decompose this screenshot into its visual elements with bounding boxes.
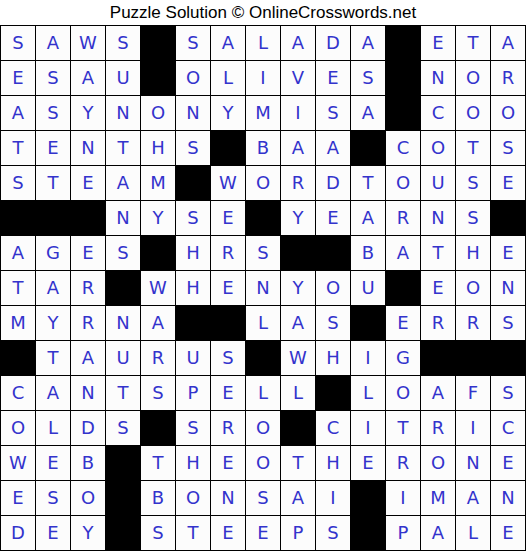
- letter-cell-r2c13: N: [421, 61, 455, 95]
- letter-cell-r1c9: A: [281, 26, 315, 60]
- letter-cell-r5c13: U: [421, 166, 455, 200]
- letter-cell-r14c8: S: [246, 481, 280, 515]
- letter-cell-r7c15: E: [491, 236, 525, 270]
- letter-cell-r11c14: F: [456, 376, 490, 410]
- block-cell-r10c1: [1, 341, 35, 375]
- letter-cell-r6c13: N: [421, 201, 455, 235]
- letter-cell-r4c12: C: [386, 131, 420, 165]
- letter-cell-r5c11: T: [351, 166, 385, 200]
- letter-cell-r11c12: O: [386, 376, 420, 410]
- letter-cell-r12c2: L: [36, 411, 70, 445]
- letter-cell-r5c2: T: [36, 166, 70, 200]
- block-cell-r6c8: [246, 201, 280, 235]
- letter-cell-r11c8: L: [246, 376, 280, 410]
- block-cell-r4c11: [351, 131, 385, 165]
- letter-cell-r7c14: H: [456, 236, 490, 270]
- block-cell-r6c3: [71, 201, 105, 235]
- letter-cell-r10c9: W: [281, 341, 315, 375]
- letter-cell-r8c5: W: [141, 271, 175, 305]
- block-cell-r9c7: [211, 306, 245, 340]
- letter-cell-r15c15: E: [491, 516, 525, 550]
- letter-cell-r1c3: W: [71, 26, 105, 60]
- letter-cell-r12c14: I: [456, 411, 490, 445]
- letter-cell-r4c2: E: [36, 131, 70, 165]
- letter-cell-r13c12: R: [386, 446, 420, 480]
- letter-cell-r11c6: P: [176, 376, 210, 410]
- block-cell-r6c1: [1, 201, 35, 235]
- letter-cell-r7c7: R: [211, 236, 245, 270]
- letter-cell-r9c12: E: [386, 306, 420, 340]
- letter-cell-r6c12: R: [386, 201, 420, 235]
- block-cell-r12c5: [141, 411, 175, 445]
- letter-cell-r13c2: E: [36, 446, 70, 480]
- letter-cell-r12c13: R: [421, 411, 455, 445]
- letter-cell-r4c1: T: [1, 131, 35, 165]
- letter-cell-r13c3: B: [71, 446, 105, 480]
- letter-cell-r2c7: L: [211, 61, 245, 95]
- letter-cell-r15c5: S: [141, 516, 175, 550]
- letter-cell-r12c6: S: [176, 411, 210, 445]
- block-cell-r9c11: [351, 306, 385, 340]
- letter-cell-r4c15: S: [491, 131, 525, 165]
- block-cell-r11c10: [316, 376, 350, 410]
- letter-cell-r5c5: M: [141, 166, 175, 200]
- letter-cell-r12c15: C: [491, 411, 525, 445]
- page-title: Puzzle Solution © OnlineCrosswords.net: [0, 0, 526, 25]
- letter-cell-r6c10: E: [316, 201, 350, 235]
- letter-cell-r3c13: C: [421, 96, 455, 130]
- letter-cell-r1c4: S: [106, 26, 140, 60]
- letter-cell-r5c15: E: [491, 166, 525, 200]
- letter-cell-r12c3: D: [71, 411, 105, 445]
- block-cell-r10c13: [421, 341, 455, 375]
- letter-cell-r2c8: I: [246, 61, 280, 95]
- letter-cell-r7c6: H: [176, 236, 210, 270]
- letter-cell-r1c11: A: [351, 26, 385, 60]
- letter-cell-r13c14: N: [456, 446, 490, 480]
- letter-cell-r8c8: N: [246, 271, 280, 305]
- letter-cell-r1c7: A: [211, 26, 245, 60]
- block-cell-r1c5: [141, 26, 175, 60]
- letter-cell-r12c7: R: [211, 411, 245, 445]
- letter-cell-r8c2: A: [36, 271, 70, 305]
- letter-cell-r14c7: N: [211, 481, 245, 515]
- letter-cell-r15c8: E: [246, 516, 280, 550]
- letter-cell-r13c9: T: [281, 446, 315, 480]
- crossword-grid: SAWSSALADAETAESAUOLIVESNORASYNONYMISACOO…: [0, 25, 526, 551]
- letter-cell-r15c6: T: [176, 516, 210, 550]
- puzzle-solution-page: Puzzle Solution © OnlineCrosswords.net S…: [0, 0, 526, 551]
- letter-cell-r2c4: U: [106, 61, 140, 95]
- letter-cell-r3c5: O: [141, 96, 175, 130]
- block-cell-r7c5: [141, 236, 175, 270]
- letter-cell-r3c3: Y: [71, 96, 105, 130]
- block-cell-r14c4: [106, 481, 140, 515]
- block-cell-r7c9: [281, 236, 315, 270]
- letter-cell-r11c5: S: [141, 376, 175, 410]
- letter-cell-r13c1: W: [1, 446, 35, 480]
- letter-cell-r9c9: A: [281, 306, 315, 340]
- letter-cell-r10c6: U: [176, 341, 210, 375]
- letter-cell-r6c7: E: [211, 201, 245, 235]
- block-cell-r1c12: [386, 26, 420, 60]
- letter-cell-r3c1: A: [1, 96, 35, 130]
- letter-cell-r2c11: S: [351, 61, 385, 95]
- letter-cell-r2c2: S: [36, 61, 70, 95]
- letter-cell-r4c4: T: [106, 131, 140, 165]
- block-cell-r6c15: [491, 201, 525, 235]
- letter-cell-r6c6: S: [176, 201, 210, 235]
- letter-cell-r7c1: A: [1, 236, 35, 270]
- letter-cell-r9c5: A: [141, 306, 175, 340]
- letter-cell-r3c9: I: [281, 96, 315, 130]
- letter-cell-r2c14: O: [456, 61, 490, 95]
- letter-cell-r2c10: E: [316, 61, 350, 95]
- letter-cell-r13c5: T: [141, 446, 175, 480]
- letter-cell-r1c15: A: [491, 26, 525, 60]
- letter-cell-r14c6: O: [176, 481, 210, 515]
- block-cell-r2c5: [141, 61, 175, 95]
- block-cell-r8c4: [106, 271, 140, 305]
- block-cell-r8c12: [386, 271, 420, 305]
- letter-cell-r6c4: N: [106, 201, 140, 235]
- letter-cell-r13c8: O: [246, 446, 280, 480]
- letter-cell-r13c10: H: [316, 446, 350, 480]
- letter-cell-r14c14: A: [456, 481, 490, 515]
- letter-cell-r11c3: N: [71, 376, 105, 410]
- letter-cell-r10c7: S: [211, 341, 245, 375]
- letter-cell-r4c10: A: [316, 131, 350, 165]
- letter-cell-r11c11: L: [351, 376, 385, 410]
- block-cell-r13c4: [106, 446, 140, 480]
- letter-cell-r4c14: T: [456, 131, 490, 165]
- letter-cell-r8c10: O: [316, 271, 350, 305]
- letter-cell-r6c5: Y: [141, 201, 175, 235]
- letter-cell-r2c9: V: [281, 61, 315, 95]
- letter-cell-r3c14: O: [456, 96, 490, 130]
- letter-cell-r13c6: H: [176, 446, 210, 480]
- letter-cell-r11c9: L: [281, 376, 315, 410]
- block-cell-r14c11: [351, 481, 385, 515]
- letter-cell-r15c14: L: [456, 516, 490, 550]
- letter-cell-r1c10: D: [316, 26, 350, 60]
- letter-cell-r3c4: N: [106, 96, 140, 130]
- block-cell-r3c12: [386, 96, 420, 130]
- letter-cell-r4c3: N: [71, 131, 105, 165]
- letter-cell-r13c15: E: [491, 446, 525, 480]
- letter-cell-r7c3: E: [71, 236, 105, 270]
- letter-cell-r15c12: P: [386, 516, 420, 550]
- letter-cell-r11c7: E: [211, 376, 245, 410]
- letter-cell-r6c9: Y: [281, 201, 315, 235]
- letter-cell-r7c12: A: [386, 236, 420, 270]
- letter-cell-r14c1: E: [1, 481, 35, 515]
- letter-cell-r11c1: C: [1, 376, 35, 410]
- letter-cell-r8c11: U: [351, 271, 385, 305]
- letter-cell-r1c14: T: [456, 26, 490, 60]
- letter-cell-r5c12: O: [386, 166, 420, 200]
- letter-cell-r14c13: M: [421, 481, 455, 515]
- block-cell-r6c2: [36, 201, 70, 235]
- letter-cell-r4c6: S: [176, 131, 210, 165]
- letter-cell-r14c10: I: [316, 481, 350, 515]
- letter-cell-r10c11: I: [351, 341, 385, 375]
- letter-cell-r14c5: B: [141, 481, 175, 515]
- block-cell-r10c14: [456, 341, 490, 375]
- letter-cell-r3c6: N: [176, 96, 210, 130]
- letter-cell-r8c1: T: [1, 271, 35, 305]
- letter-cell-r11c4: T: [106, 376, 140, 410]
- letter-cell-r9c13: R: [421, 306, 455, 340]
- letter-cell-r15c1: D: [1, 516, 35, 550]
- letter-cell-r15c2: E: [36, 516, 70, 550]
- letter-cell-r2c3: A: [71, 61, 105, 95]
- letter-cell-r6c11: A: [351, 201, 385, 235]
- letter-cell-r1c2: A: [36, 26, 70, 60]
- letter-cell-r15c3: Y: [71, 516, 105, 550]
- letter-cell-r14c12: I: [386, 481, 420, 515]
- letter-cell-r2c15: R: [491, 61, 525, 95]
- letter-cell-r5c7: W: [211, 166, 245, 200]
- letter-cell-r8c3: R: [71, 271, 105, 305]
- letter-cell-r3c2: S: [36, 96, 70, 130]
- letter-cell-r13c7: E: [211, 446, 245, 480]
- letter-cell-r7c13: T: [421, 236, 455, 270]
- block-cell-r10c8: [246, 341, 280, 375]
- letter-cell-r12c10: C: [316, 411, 350, 445]
- letter-cell-r7c11: B: [351, 236, 385, 270]
- letter-cell-r8c14: O: [456, 271, 490, 305]
- letter-cell-r3c11: A: [351, 96, 385, 130]
- letter-cell-r8c7: E: [211, 271, 245, 305]
- letter-cell-r12c1: O: [1, 411, 35, 445]
- letter-cell-r4c13: O: [421, 131, 455, 165]
- letter-cell-r10c3: A: [71, 341, 105, 375]
- letter-cell-r5c4: A: [106, 166, 140, 200]
- letter-cell-r9c8: L: [246, 306, 280, 340]
- block-cell-r15c4: [106, 516, 140, 550]
- letter-cell-r14c9: A: [281, 481, 315, 515]
- letter-cell-r5c9: R: [281, 166, 315, 200]
- letter-cell-r5c14: S: [456, 166, 490, 200]
- letter-cell-r14c15: N: [491, 481, 525, 515]
- letter-cell-r8c6: H: [176, 271, 210, 305]
- letter-cell-r11c2: A: [36, 376, 70, 410]
- letter-cell-r4c8: B: [246, 131, 280, 165]
- letter-cell-r5c8: O: [246, 166, 280, 200]
- letter-cell-r9c14: R: [456, 306, 490, 340]
- letter-cell-r9c3: R: [71, 306, 105, 340]
- letter-cell-r1c8: L: [246, 26, 280, 60]
- block-cell-r7c10: [316, 236, 350, 270]
- letter-cell-r15c13: A: [421, 516, 455, 550]
- letter-cell-r1c1: S: [1, 26, 35, 60]
- letter-cell-r2c1: E: [1, 61, 35, 95]
- letter-cell-r12c8: O: [246, 411, 280, 445]
- letter-cell-r9c1: M: [1, 306, 35, 340]
- letter-cell-r4c5: H: [141, 131, 175, 165]
- block-cell-r5c6: [176, 166, 210, 200]
- letter-cell-r8c15: N: [491, 271, 525, 305]
- letter-cell-r14c3: O: [71, 481, 105, 515]
- letter-cell-r2c6: O: [176, 61, 210, 95]
- letter-cell-r15c10: S: [316, 516, 350, 550]
- letter-cell-r12c11: I: [351, 411, 385, 445]
- letter-cell-r5c10: D: [316, 166, 350, 200]
- letter-cell-r10c12: G: [386, 341, 420, 375]
- block-cell-r2c12: [386, 61, 420, 95]
- letter-cell-r13c11: E: [351, 446, 385, 480]
- letter-cell-r7c2: G: [36, 236, 70, 270]
- letter-cell-r8c13: E: [421, 271, 455, 305]
- letter-cell-r13c13: O: [421, 446, 455, 480]
- block-cell-r10c15: [491, 341, 525, 375]
- letter-cell-r3c8: M: [246, 96, 280, 130]
- letter-cell-r3c7: Y: [211, 96, 245, 130]
- letter-cell-r8c9: Y: [281, 271, 315, 305]
- letter-cell-r1c13: E: [421, 26, 455, 60]
- letter-cell-r4c9: A: [281, 131, 315, 165]
- letter-cell-r10c2: T: [36, 341, 70, 375]
- letter-cell-r5c1: S: [1, 166, 35, 200]
- letter-cell-r15c9: P: [281, 516, 315, 550]
- letter-cell-r7c4: S: [106, 236, 140, 270]
- letter-cell-r10c5: R: [141, 341, 175, 375]
- letter-cell-r3c15: O: [491, 96, 525, 130]
- letter-cell-r6c14: S: [456, 201, 490, 235]
- letter-cell-r5c3: E: [71, 166, 105, 200]
- letter-cell-r10c4: U: [106, 341, 140, 375]
- letter-cell-r9c4: N: [106, 306, 140, 340]
- letter-cell-r11c13: A: [421, 376, 455, 410]
- letter-cell-r10c10: H: [316, 341, 350, 375]
- block-cell-r4c7: [211, 131, 245, 165]
- letter-cell-r12c4: S: [106, 411, 140, 445]
- letter-cell-r7c8: S: [246, 236, 280, 270]
- letter-cell-r12c12: T: [386, 411, 420, 445]
- letter-cell-r11c15: S: [491, 376, 525, 410]
- letter-cell-r9c10: S: [316, 306, 350, 340]
- block-cell-r15c11: [351, 516, 385, 550]
- letter-cell-r14c2: S: [36, 481, 70, 515]
- letter-cell-r9c2: Y: [36, 306, 70, 340]
- letter-cell-r9c15: S: [491, 306, 525, 340]
- block-cell-r12c9: [281, 411, 315, 445]
- letter-cell-r15c7: E: [211, 516, 245, 550]
- block-cell-r9c6: [176, 306, 210, 340]
- letter-cell-r1c6: S: [176, 26, 210, 60]
- letter-cell-r3c10: S: [316, 96, 350, 130]
